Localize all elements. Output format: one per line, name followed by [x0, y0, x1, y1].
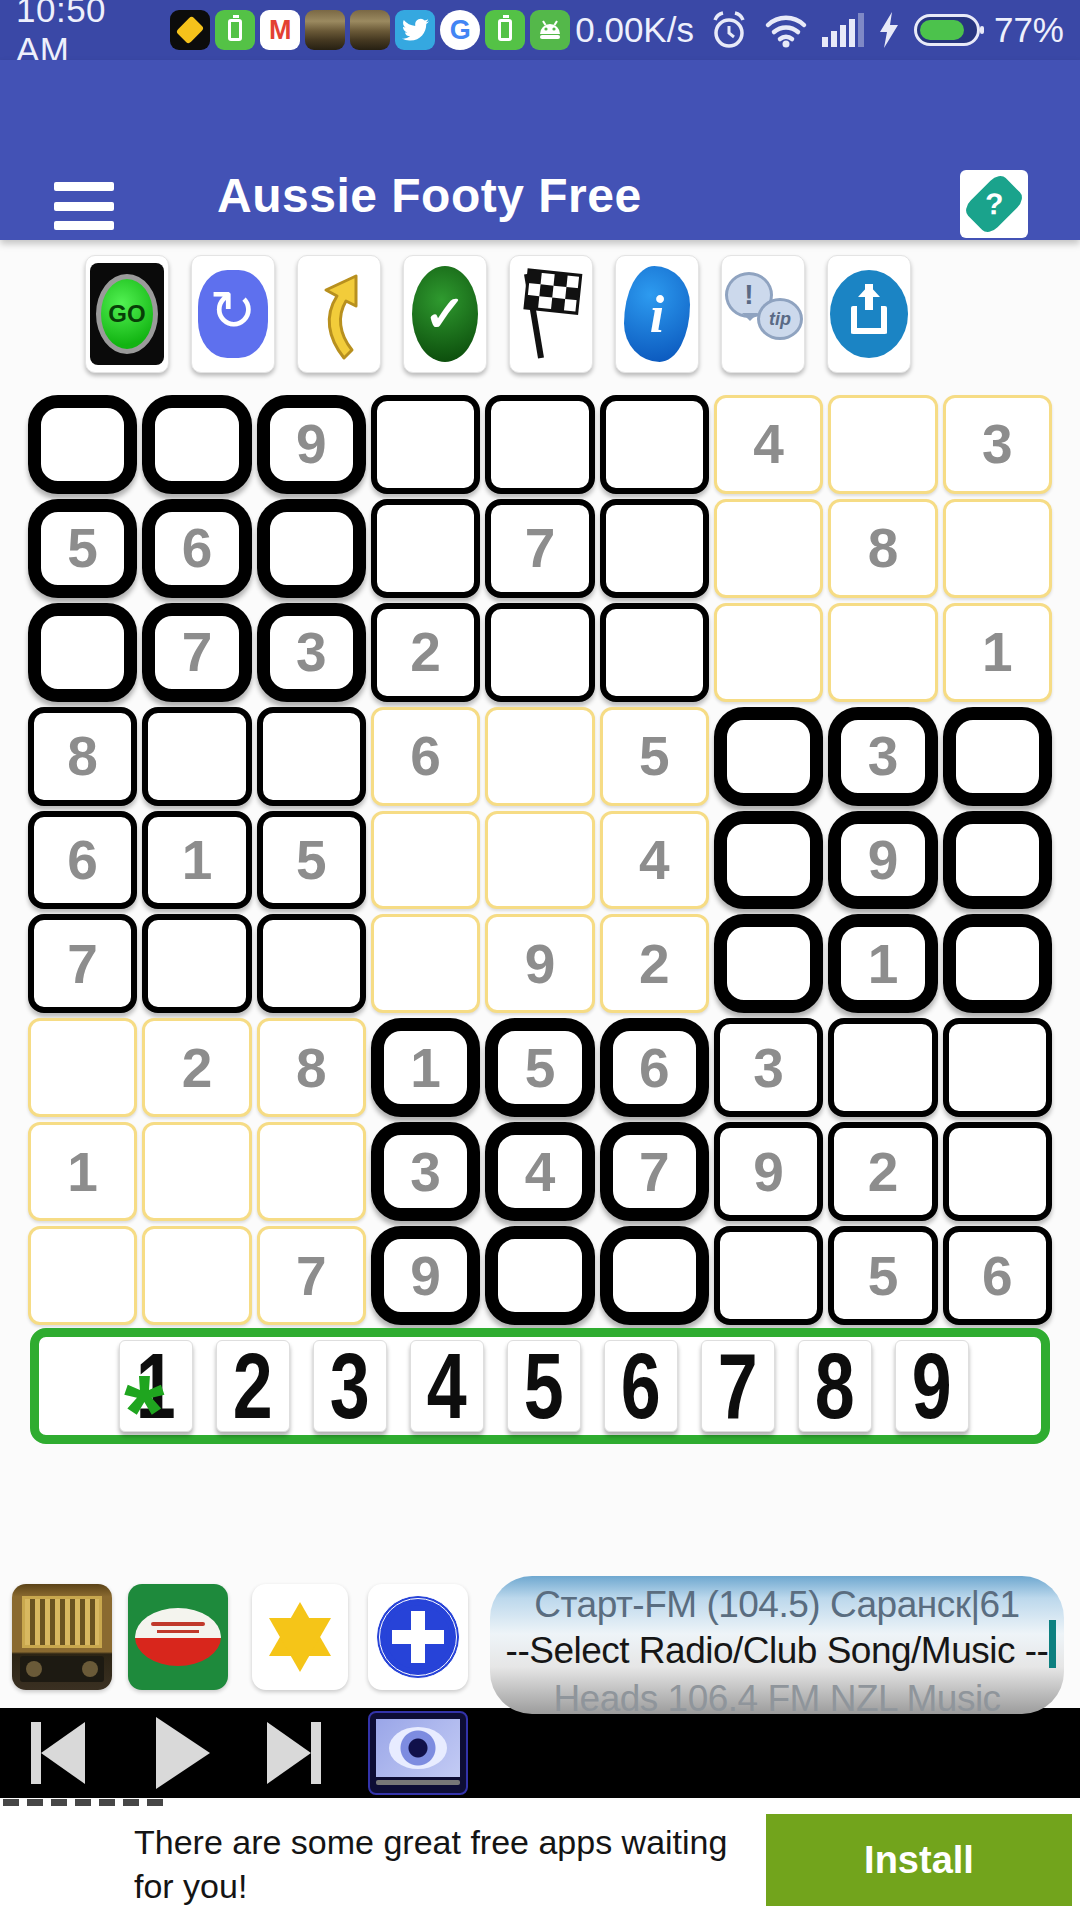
cell-r7c6[interactable]: 6: [600, 1018, 709, 1117]
cell-r9c1[interactable]: [28, 1226, 137, 1325]
cell-r6c4[interactable]: [371, 914, 480, 1013]
battery-app-icon: [215, 10, 255, 50]
cell-r3c2[interactable]: 7: [142, 603, 251, 702]
numpad-key-9[interactable]: 9: [895, 1340, 969, 1432]
cell-r1c6[interactable]: [600, 395, 709, 494]
charging-icon: [878, 12, 900, 48]
cell-r6c1[interactable]: 7: [28, 914, 137, 1013]
cell-r8c3[interactable]: [257, 1122, 366, 1221]
number-pad: 1*23456789: [30, 1328, 1050, 1444]
tip-button[interactable]: ! tip: [721, 255, 805, 373]
play-button[interactable]: [156, 1708, 210, 1798]
cell-r4c9[interactable]: [943, 707, 1052, 806]
cell-r9c9[interactable]: 6: [943, 1226, 1052, 1325]
numpad-key-8[interactable]: 8: [798, 1340, 872, 1432]
cell-r3c6[interactable]: [600, 603, 709, 702]
cell-r6c2[interactable]: [142, 914, 251, 1013]
stadium-photo-icon: [350, 10, 390, 50]
info-button[interactable]: i: [615, 255, 699, 373]
cell-r1c8[interactable]: [828, 395, 937, 494]
stadium-photo-icon: [305, 10, 345, 50]
twitter-icon: [395, 10, 435, 50]
cell-r1c7[interactable]: 4: [714, 395, 823, 494]
status-bar: 10:50 AM M G 0.00K/s 77%: [0, 0, 1080, 60]
undo-button[interactable]: [297, 255, 381, 373]
battery-level-icon: [914, 14, 980, 46]
radio-icon: [22, 1596, 102, 1648]
numpad-key-3[interactable]: 3: [313, 1340, 387, 1432]
signal-icon: [822, 13, 864, 47]
cell-r8c2[interactable]: [142, 1122, 251, 1221]
cell-r7c1[interactable]: [28, 1018, 137, 1117]
cell-r4c7[interactable]: [714, 707, 823, 806]
picker-prev-item[interactable]: Старт-FM (104.5) Саранск|61: [490, 1584, 1064, 1626]
cell-r6c7[interactable]: [714, 914, 823, 1013]
star-icon: [269, 1602, 331, 1672]
tip-icon: ! tip: [723, 264, 803, 364]
cell-r7c8[interactable]: [828, 1018, 937, 1117]
app-screen: 10:50 AM M G 0.00K/s 77%: [0, 0, 1080, 1920]
cell-r2c3[interactable]: [257, 499, 366, 598]
cell-r5c2[interactable]: 1: [142, 811, 251, 910]
go-icon: GO: [90, 263, 164, 365]
battery-app-icon: [485, 10, 525, 50]
cell-r5c3[interactable]: 5: [257, 811, 366, 910]
info-icon: i: [624, 266, 690, 362]
cell-r9c8[interactable]: 5: [828, 1226, 937, 1325]
cell-r2c6[interactable]: [600, 499, 709, 598]
cell-r4c4[interactable]: 6: [371, 707, 480, 806]
picker-selected-item[interactable]: --Select Radio/Club Song/Music --: [490, 1630, 1064, 1672]
cell-r7c9[interactable]: [943, 1018, 1052, 1117]
wifi-icon: [764, 12, 808, 48]
numpad-key-5[interactable]: 5: [507, 1340, 581, 1432]
cell-r5c5[interactable]: [485, 811, 594, 910]
cell-r1c3[interactable]: 9: [257, 395, 366, 494]
cell-r3c7[interactable]: [714, 603, 823, 702]
cell-r2c8[interactable]: 8: [828, 499, 937, 598]
text-cursor: [1049, 1620, 1056, 1668]
next-button[interactable]: [267, 1708, 321, 1798]
finish-button[interactable]: [509, 255, 593, 373]
cell-r9c6[interactable]: [600, 1226, 709, 1325]
check-button[interactable]: ✓: [403, 255, 487, 373]
cell-r1c2[interactable]: [142, 395, 251, 494]
google-icon: G: [440, 10, 480, 50]
share-icon: [830, 270, 908, 358]
go-button[interactable]: GO: [85, 255, 169, 373]
cell-r9c3[interactable]: 7: [257, 1226, 366, 1325]
cell-r7c2[interactable]: 2: [142, 1018, 251, 1117]
picker-next-item[interactable]: Heads 106.4 FM NZL Music mix|524: [490, 1678, 1064, 1714]
cell-r4c1[interactable]: 8: [28, 707, 137, 806]
share-button[interactable]: [827, 255, 911, 373]
radio-station-picker[interactable]: Старт-FM (104.5) Саранск|61 --Select Rad…: [490, 1576, 1064, 1714]
cell-r3c4[interactable]: 2: [371, 603, 480, 702]
help-diamond-icon: ?: [962, 172, 1026, 236]
app-bar: Aussie Footy Free ?: [0, 60, 1080, 240]
add-button[interactable]: [368, 1584, 468, 1690]
cell-r5c1[interactable]: 6: [28, 811, 137, 910]
cell-r2c4[interactable]: [371, 499, 480, 598]
page-title: Aussie Footy Free: [217, 168, 642, 223]
cell-r6c9[interactable]: [943, 914, 1052, 1013]
cell-r3c5[interactable]: [485, 603, 594, 702]
cell-r5c8[interactable]: 9: [828, 811, 937, 910]
battery-percent: 77%: [994, 10, 1064, 50]
cell-r1c4[interactable]: [371, 395, 480, 494]
cell-r8c5[interactable]: 4: [485, 1122, 594, 1221]
toolbar: GO ↻ ✓ i !: [85, 255, 911, 373]
cell-r5c4[interactable]: [371, 811, 480, 910]
footy-ball-icon: [135, 1608, 221, 1666]
install-button[interactable]: Install: [766, 1814, 1072, 1906]
cell-r2c9[interactable]: [943, 499, 1052, 598]
diamond-notification-icon: [170, 10, 210, 50]
cell-r5c9[interactable]: [943, 811, 1052, 910]
sync-button[interactable]: ↻: [191, 255, 275, 373]
cell-r4c6[interactable]: 5: [600, 707, 709, 806]
cell-r2c5[interactable]: 7: [485, 499, 594, 598]
media-bar: [0, 1708, 1080, 1798]
undo-icon: [304, 266, 374, 362]
cell-r8c7[interactable]: 9: [714, 1122, 823, 1221]
numpad-key-6[interactable]: 6: [604, 1340, 678, 1432]
watch-button[interactable]: [368, 1711, 468, 1795]
cell-r2c7[interactable]: [714, 499, 823, 598]
cell-r7c5[interactable]: 5: [485, 1018, 594, 1117]
selected-key-marker: *: [124, 1371, 164, 1454]
plus-icon: [376, 1595, 460, 1679]
help-button[interactable]: ?: [960, 170, 1028, 238]
finish-flag-icon: [513, 264, 589, 364]
previous-button[interactable]: [31, 1708, 85, 1798]
numpad-key-7[interactable]: 7: [701, 1340, 775, 1432]
check-icon: ✓: [412, 266, 478, 362]
cell-r5c7[interactable]: [714, 811, 823, 910]
cell-r4c2[interactable]: [142, 707, 251, 806]
cell-r5c6[interactable]: 4: [600, 811, 709, 910]
cell-r7c3[interactable]: 8: [257, 1018, 366, 1117]
cell-r8c9[interactable]: [943, 1122, 1052, 1221]
menu-button[interactable]: [54, 182, 114, 230]
cell-r9c2[interactable]: [142, 1226, 251, 1325]
cell-r9c5[interactable]: [485, 1226, 594, 1325]
cell-r6c3[interactable]: [257, 914, 366, 1013]
sudoku-board: 9435678732186536154979212815631347927956: [28, 395, 1052, 1325]
sync-icon: ↻: [198, 270, 268, 358]
cell-r3c8[interactable]: [828, 603, 937, 702]
cell-r1c5[interactable]: [485, 395, 594, 494]
cell-r3c9[interactable]: 1: [943, 603, 1052, 702]
numpad-key-2[interactable]: 2: [216, 1340, 290, 1432]
ad-message: There are some great free apps waiting f…: [134, 1820, 774, 1908]
radio-button[interactable]: [12, 1584, 112, 1690]
cell-r6c6[interactable]: 2: [600, 914, 709, 1013]
club-song-button[interactable]: [128, 1584, 228, 1690]
cell-r8c1[interactable]: 1: [28, 1122, 137, 1221]
cell-r7c7[interactable]: 3: [714, 1018, 823, 1117]
cell-r1c9[interactable]: 3: [943, 395, 1052, 494]
cell-r4c5[interactable]: [485, 707, 594, 806]
cell-r8c4[interactable]: 3: [371, 1122, 480, 1221]
android-icon: [530, 10, 570, 50]
cell-r6c8[interactable]: 1: [828, 914, 937, 1013]
cell-r9c4[interactable]: 9: [371, 1226, 480, 1325]
bottom-row: Старт-FM (104.5) Саранск|61 --Select Rad…: [0, 1582, 1080, 1714]
cell-r8c6[interactable]: 7: [600, 1122, 709, 1221]
cell-r4c8[interactable]: 3: [828, 707, 937, 806]
favorites-button[interactable]: [252, 1584, 348, 1690]
ad-banner: There are some great free apps waiting f…: [0, 1800, 1080, 1920]
cell-r6c5[interactable]: 9: [485, 914, 594, 1013]
alarm-icon: [708, 9, 750, 51]
eye-icon: [376, 1719, 460, 1777]
cell-r3c3[interactable]: 3: [257, 603, 366, 702]
gmail-icon: M: [260, 10, 300, 50]
cell-r8c8[interactable]: 2: [828, 1122, 937, 1221]
cell-r2c2[interactable]: 6: [142, 499, 251, 598]
numpad-key-4[interactable]: 4: [410, 1340, 484, 1432]
cell-r9c7[interactable]: [714, 1226, 823, 1325]
network-speed: 0.00K/s: [575, 10, 694, 50]
tick-marks: [3, 1799, 163, 1806]
cell-r2c1[interactable]: 5: [28, 499, 137, 598]
numpad-key-1[interactable]: 1*: [119, 1340, 193, 1432]
cell-r1c1[interactable]: [28, 395, 137, 494]
cell-r4c3[interactable]: [257, 707, 366, 806]
cell-r3c1[interactable]: [28, 603, 137, 702]
cell-r7c4[interactable]: 1: [371, 1018, 480, 1117]
